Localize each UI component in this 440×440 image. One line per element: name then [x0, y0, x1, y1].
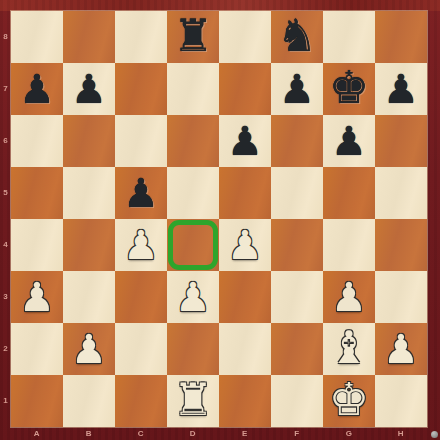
square-g1[interactable]: ♚ [323, 375, 375, 427]
square-g5[interactable] [323, 167, 375, 219]
piece-black-pawn[interactable]: ♟ [331, 115, 367, 167]
rank-label-7: 7 [0, 63, 11, 115]
square-a5[interactable] [11, 167, 63, 219]
chess-board: ♜♞♟♟♟♚♟♟♟♟♟♟♟♟♟♟♝♟♜♚ [11, 11, 427, 427]
file-label-c: C [115, 427, 167, 440]
square-g4[interactable] [323, 219, 375, 271]
square-b7[interactable]: ♟ [63, 63, 115, 115]
piece-black-rook[interactable]: ♜ [173, 10, 213, 62]
piece-black-pawn[interactable]: ♟ [19, 63, 55, 115]
square-d2[interactable] [167, 323, 219, 375]
piece-white-pawn[interactable]: ♟ [175, 271, 211, 323]
square-b5[interactable] [63, 167, 115, 219]
file-label-g: G [323, 427, 375, 440]
corner-dot [431, 431, 438, 438]
square-f1[interactable] [271, 375, 323, 427]
square-e8[interactable] [219, 11, 271, 63]
square-a4[interactable] [11, 219, 63, 271]
square-c3[interactable] [115, 271, 167, 323]
frame-top-edge [0, 0, 440, 11]
rank-label-6: 6 [0, 115, 11, 167]
square-f2[interactable] [271, 323, 323, 375]
rank-label-2: 2 [0, 323, 11, 375]
piece-black-king[interactable]: ♚ [329, 62, 369, 114]
piece-black-pawn[interactable]: ♟ [279, 63, 315, 115]
piece-white-pawn[interactable]: ♟ [123, 219, 159, 271]
square-h5[interactable] [375, 167, 427, 219]
square-c6[interactable] [115, 115, 167, 167]
square-d8[interactable]: ♜ [167, 11, 219, 63]
square-b2[interactable]: ♟ [63, 323, 115, 375]
square-e6[interactable]: ♟ [219, 115, 271, 167]
square-h4[interactable] [375, 219, 427, 271]
piece-white-pawn[interactable]: ♟ [71, 323, 107, 375]
piece-white-rook[interactable]: ♜ [173, 374, 213, 426]
square-a1[interactable] [11, 375, 63, 427]
square-b3[interactable] [63, 271, 115, 323]
square-b4[interactable] [63, 219, 115, 271]
square-e5[interactable] [219, 167, 271, 219]
square-b1[interactable] [63, 375, 115, 427]
rank-label-1: 1 [0, 375, 11, 427]
rank-label-8: 8 [0, 11, 11, 63]
square-a3[interactable]: ♟ [11, 271, 63, 323]
square-e7[interactable] [219, 63, 271, 115]
piece-white-king[interactable]: ♚ [329, 374, 369, 426]
file-label-d: D [167, 427, 219, 440]
square-d7[interactable] [167, 63, 219, 115]
square-a7[interactable]: ♟ [11, 63, 63, 115]
square-d4[interactable] [167, 219, 219, 271]
square-d6[interactable] [167, 115, 219, 167]
square-c5[interactable]: ♟ [115, 167, 167, 219]
square-g7[interactable]: ♚ [323, 63, 375, 115]
square-g2[interactable]: ♝ [323, 323, 375, 375]
square-e4[interactable]: ♟ [219, 219, 271, 271]
square-c7[interactable] [115, 63, 167, 115]
square-h7[interactable]: ♟ [375, 63, 427, 115]
square-c8[interactable] [115, 11, 167, 63]
square-d5[interactable] [167, 167, 219, 219]
piece-black-pawn[interactable]: ♟ [383, 63, 419, 115]
square-h6[interactable] [375, 115, 427, 167]
square-e1[interactable] [219, 375, 271, 427]
square-c1[interactable] [115, 375, 167, 427]
square-f4[interactable] [271, 219, 323, 271]
piece-white-bishop[interactable]: ♝ [329, 322, 369, 374]
piece-white-pawn[interactable]: ♟ [227, 219, 263, 271]
square-g6[interactable]: ♟ [323, 115, 375, 167]
square-b6[interactable] [63, 115, 115, 167]
rank-label-5: 5 [0, 167, 11, 219]
square-c4[interactable]: ♟ [115, 219, 167, 271]
rank-label-4: 4 [0, 219, 11, 271]
square-h3[interactable] [375, 271, 427, 323]
square-a8[interactable] [11, 11, 63, 63]
square-c2[interactable] [115, 323, 167, 375]
square-e3[interactable] [219, 271, 271, 323]
square-f6[interactable] [271, 115, 323, 167]
square-a6[interactable] [11, 115, 63, 167]
square-f3[interactable] [271, 271, 323, 323]
square-h1[interactable] [375, 375, 427, 427]
file-label-f: F [271, 427, 323, 440]
file-label-h: H [375, 427, 427, 440]
square-f7[interactable]: ♟ [271, 63, 323, 115]
square-d1[interactable]: ♜ [167, 375, 219, 427]
square-e2[interactable] [219, 323, 271, 375]
file-label-b: B [63, 427, 115, 440]
square-g3[interactable]: ♟ [323, 271, 375, 323]
square-d3[interactable]: ♟ [167, 271, 219, 323]
piece-white-pawn[interactable]: ♟ [331, 271, 367, 323]
square-f8[interactable]: ♞ [271, 11, 323, 63]
move-highlight [168, 220, 218, 270]
piece-black-pawn[interactable]: ♟ [227, 115, 263, 167]
square-g8[interactable] [323, 11, 375, 63]
rank-label-3: 3 [0, 271, 11, 323]
square-h8[interactable] [375, 11, 427, 63]
square-b8[interactable] [63, 11, 115, 63]
board-frame: ♜♞♟♟♟♚♟♟♟♟♟♟♟♟♟♟♝♟♜♚ 87654321 ABCDEFGH [0, 0, 440, 440]
square-h2[interactable]: ♟ [375, 323, 427, 375]
square-a2[interactable] [11, 323, 63, 375]
square-f5[interactable] [271, 167, 323, 219]
piece-white-pawn[interactable]: ♟ [19, 271, 55, 323]
piece-black-pawn[interactable]: ♟ [123, 167, 159, 219]
file-label-e: E [219, 427, 271, 440]
file-label-a: A [11, 427, 63, 440]
piece-white-pawn[interactable]: ♟ [383, 323, 419, 375]
piece-black-pawn[interactable]: ♟ [71, 63, 107, 115]
piece-black-knight[interactable]: ♞ [277, 10, 317, 62]
